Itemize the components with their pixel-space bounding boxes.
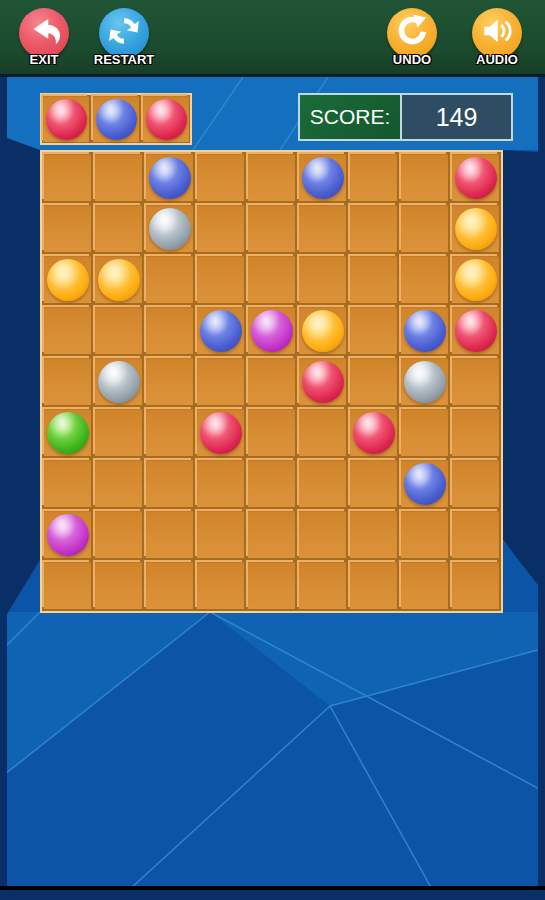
board-cell[interactable] — [95, 460, 142, 507]
board-cell[interactable] — [248, 562, 295, 609]
board-cell[interactable] — [44, 154, 91, 201]
board-cell[interactable] — [146, 205, 193, 252]
board-cell[interactable] — [44, 460, 91, 507]
board-cell[interactable] — [401, 307, 448, 354]
restart-button[interactable] — [99, 8, 149, 58]
board-cell[interactable] — [146, 460, 193, 507]
board-cell[interactable] — [95, 409, 142, 456]
board-cell[interactable] — [146, 562, 193, 609]
ball-blue — [96, 99, 137, 140]
ball-red — [146, 99, 187, 140]
board-cell[interactable] — [146, 307, 193, 354]
board-cell[interactable] — [95, 358, 142, 405]
board-cell[interactable] — [95, 256, 142, 303]
board-cell[interactable] — [146, 409, 193, 456]
board-cell[interactable] — [44, 358, 91, 405]
app-window: EXIT RESTART UNDO — [0, 0, 545, 900]
board-cell[interactable] — [197, 409, 244, 456]
score-panel: SCORE: 149 — [298, 93, 513, 141]
board-cell[interactable] — [299, 256, 346, 303]
board-cell[interactable] — [299, 154, 346, 201]
speaker-icon — [480, 14, 514, 52]
undo-label: UNDO — [367, 52, 457, 67]
score-value: 149 — [402, 95, 511, 139]
ball-yellow[interactable] — [47, 259, 89, 301]
ball-yellow[interactable] — [455, 208, 497, 250]
board-cell[interactable] — [299, 460, 346, 507]
board-cell[interactable] — [197, 307, 244, 354]
board-cell[interactable] — [350, 154, 397, 201]
exit-button[interactable] — [19, 8, 69, 58]
board-cell[interactable] — [299, 511, 346, 558]
ball-blue[interactable] — [200, 310, 242, 352]
undo-arrow-icon — [395, 14, 429, 52]
audio-label: AUDIO — [452, 52, 542, 67]
board-cell[interactable] — [248, 205, 295, 252]
ball-magenta[interactable] — [251, 310, 293, 352]
board-cell[interactable] — [452, 460, 499, 507]
board-cell[interactable] — [350, 562, 397, 609]
board-cell[interactable] — [197, 562, 244, 609]
board-cell[interactable] — [299, 358, 346, 405]
board-cell[interactable] — [44, 511, 91, 558]
board-cell[interactable] — [401, 154, 448, 201]
board-cell[interactable] — [401, 511, 448, 558]
ball-green[interactable] — [47, 412, 89, 454]
board-cell[interactable] — [401, 205, 448, 252]
board-cell[interactable] — [95, 562, 142, 609]
board-cell[interactable] — [95, 154, 142, 201]
restart-cycle-icon — [107, 14, 141, 52]
ball-red — [46, 99, 87, 140]
ball-red[interactable] — [200, 412, 242, 454]
board-cell[interactable] — [401, 562, 448, 609]
ball-blue[interactable] — [302, 157, 344, 199]
board-cell[interactable] — [299, 307, 346, 354]
board-cell[interactable] — [44, 307, 91, 354]
ball-red[interactable] — [455, 310, 497, 352]
board-cell[interactable] — [350, 205, 397, 252]
board-cell[interactable] — [197, 460, 244, 507]
ball-red[interactable] — [455, 157, 497, 199]
board-cell[interactable] — [299, 562, 346, 609]
board-cell[interactable] — [452, 562, 499, 609]
ball-blue[interactable] — [149, 157, 191, 199]
board-cell[interactable] — [44, 205, 91, 252]
board-cell[interactable] — [350, 511, 397, 558]
board-cell[interactable] — [44, 409, 91, 456]
board-cell[interactable] — [299, 205, 346, 252]
ball-red[interactable] — [302, 361, 344, 403]
board-cell[interactable] — [452, 154, 499, 201]
board-cell — [143, 96, 189, 142]
board-cell[interactable] — [401, 460, 448, 507]
board-cell[interactable] — [452, 205, 499, 252]
board-cell[interactable] — [248, 460, 295, 507]
board-cell[interactable] — [146, 358, 193, 405]
board — [40, 150, 503, 613]
board-cell[interactable] — [248, 358, 295, 405]
board-cell[interactable] — [452, 409, 499, 456]
ball-magenta[interactable] — [47, 514, 89, 556]
board-cell — [43, 96, 89, 142]
toolbar: EXIT RESTART UNDO — [0, 0, 545, 77]
board-cell[interactable] — [248, 256, 295, 303]
board-cell[interactable] — [350, 409, 397, 456]
ball-gray[interactable] — [98, 361, 140, 403]
board-cell[interactable] — [401, 409, 448, 456]
exit-label: EXIT — [0, 52, 89, 67]
board-cell[interactable] — [452, 358, 499, 405]
ball-red[interactable] — [353, 412, 395, 454]
restart-label: RESTART — [79, 52, 169, 67]
board-cell[interactable] — [248, 307, 295, 354]
board-cell[interactable] — [197, 205, 244, 252]
board-cell[interactable] — [350, 460, 397, 507]
board-cell[interactable] — [452, 511, 499, 558]
board-cell[interactable] — [248, 511, 295, 558]
board-cell[interactable] — [95, 205, 142, 252]
board-cell[interactable] — [197, 358, 244, 405]
board-cell[interactable] — [299, 409, 346, 456]
board-cell[interactable] — [248, 409, 295, 456]
board-cell[interactable] — [350, 358, 397, 405]
board-cell[interactable] — [44, 562, 91, 609]
ball-blue[interactable] — [404, 310, 446, 352]
ball-gray[interactable] — [404, 361, 446, 403]
board-cell[interactable] — [197, 511, 244, 558]
board-cell[interactable] — [452, 256, 499, 303]
board-cell[interactable] — [452, 307, 499, 354]
board-cell[interactable] — [146, 511, 193, 558]
board-cell[interactable] — [401, 256, 448, 303]
score-label: SCORE: — [300, 95, 402, 139]
ball-gray[interactable] — [149, 208, 191, 250]
next-balls-strip — [40, 93, 192, 145]
board-cell[interactable] — [146, 256, 193, 303]
board-cell[interactable] — [95, 511, 142, 558]
board-cell[interactable] — [197, 256, 244, 303]
audio-button[interactable] — [472, 8, 522, 58]
ball-blue[interactable] — [404, 463, 446, 505]
ball-yellow[interactable] — [455, 259, 497, 301]
board-cell[interactable] — [350, 256, 397, 303]
board-cell[interactable] — [350, 307, 397, 354]
ball-yellow[interactable] — [98, 259, 140, 301]
board-cell[interactable] — [197, 154, 244, 201]
board-cell[interactable] — [146, 154, 193, 201]
board-cell[interactable] — [401, 358, 448, 405]
back-arrow-icon — [27, 14, 61, 52]
ball-yellow[interactable] — [302, 310, 344, 352]
board-cell[interactable] — [248, 154, 295, 201]
undo-button[interactable] — [387, 8, 437, 58]
board-cell — [93, 96, 139, 142]
board-cell[interactable] — [95, 307, 142, 354]
board-cell[interactable] — [44, 256, 91, 303]
